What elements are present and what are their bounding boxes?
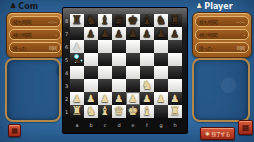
piece-white-pawn: ♟ <box>101 92 110 105</box>
square-b2[interactable]: ♟ <box>84 92 98 105</box>
piece-black-pawn: ♟ <box>143 27 152 40</box>
player-takeback-count: 0回 <box>237 45 245 51</box>
corner-menu-button[interactable]: ▦ <box>238 120 253 135</box>
player-name: Player <box>204 2 232 11</box>
rank-label-3: 3 <box>63 79 70 92</box>
piece-black-pawn: ♟ <box>129 27 138 40</box>
square-f4[interactable] <box>140 66 154 79</box>
rank-label-1: 1 <box>63 105 70 118</box>
square-d1[interactable]: ♛ <box>112 105 126 118</box>
com-remaining-value: - <box>55 32 57 38</box>
square-d3[interactable] <box>112 79 126 92</box>
square-b1[interactable]: ♞ <box>84 105 98 118</box>
square-e7[interactable]: ♟ <box>126 27 140 40</box>
file-label-f: f <box>140 118 154 131</box>
com-time-value: --:-- <box>48 19 57 25</box>
grid-icon: ▦ <box>242 123 250 132</box>
piece-black-rook: ♜ <box>72 14 83 27</box>
player-time-label: 持ち時間 <box>199 19 217 25</box>
square-h3[interactable] <box>168 79 182 92</box>
square-h8[interactable]: ♜ <box>168 14 182 27</box>
square-g2[interactable]: ♟ <box>154 92 168 105</box>
square-f2[interactable]: ♟ <box>140 92 154 105</box>
square-d4[interactable] <box>112 66 126 79</box>
square-f6[interactable] <box>140 40 154 53</box>
piece-white-pawn: ♟ <box>73 92 82 105</box>
menu-button[interactable]: ▦ <box>8 124 21 137</box>
square-b4[interactable] <box>84 66 98 79</box>
square-g3[interactable] <box>154 79 168 92</box>
square-g7[interactable]: ♟ <box>154 27 168 40</box>
chess-board: 87654321 ♜♞♝♛♚♝♞♜♟♟♟♟♟♟♟♟♟♞♟♟♟♟♟♟♟♟♜♞♝♛♚… <box>62 7 188 134</box>
player-panel: 持ち時間 --:-- 残り時間 - 待った 0回 <box>192 12 252 58</box>
player-takeback-label: 待った <box>199 45 213 51</box>
player-time-value: --:-- <box>236 19 245 25</box>
piece-white-knight: ♞ <box>142 79 153 92</box>
square-a7[interactable] <box>70 27 84 40</box>
square-d2[interactable]: ♟ <box>112 92 126 105</box>
piece-white-rook: ♜ <box>170 105 181 118</box>
piece-black-knight: ♞ <box>86 14 97 27</box>
player-time-row: 持ち時間 --:-- <box>195 16 249 27</box>
resign-dot-icon: ◉ <box>205 131 209 136</box>
square-f5[interactable] <box>140 53 154 66</box>
piece-black-knight: ♞ <box>156 14 167 27</box>
piece-black-pawn: ♟ <box>101 27 110 40</box>
piece-black-queen: ♛ <box>114 14 125 27</box>
square-f3[interactable]: ♞ <box>140 79 154 92</box>
piece-white-queen: ♛ <box>114 105 125 118</box>
piece-white-bishop: ♝ <box>142 105 153 118</box>
square-b5[interactable] <box>84 53 98 66</box>
player-takeback-button[interactable]: 待った 0回 <box>195 42 249 53</box>
rank-label-4: 4 <box>63 66 70 79</box>
square-f8[interactable]: ♝ <box>140 14 154 27</box>
square-c3[interactable] <box>98 79 112 92</box>
file-label-e: e <box>126 118 140 131</box>
square-a3[interactable] <box>70 79 84 92</box>
square-e3[interactable] <box>126 79 140 92</box>
square-b8[interactable]: ♞ <box>84 14 98 27</box>
piece-black-bishop: ♝ <box>142 14 153 27</box>
square-e5[interactable] <box>126 53 140 66</box>
com-title: ♟ Com <box>10 1 38 11</box>
com-remaining-label: 残り時間 <box>13 32 31 38</box>
piece-black-pawn: ♟ <box>171 27 180 40</box>
piece-white-pawn: ♟ <box>115 92 124 105</box>
com-remaining-row: 残り時間 - <box>9 29 61 40</box>
rank-label-8: 8 <box>63 14 70 27</box>
square-c8[interactable]: ♝ <box>98 14 112 27</box>
square-a5[interactable]: ♟ <box>70 53 84 66</box>
square-c6[interactable] <box>98 40 112 53</box>
square-e8[interactable]: ♚ <box>126 14 140 27</box>
square-a2[interactable]: ♟ <box>70 92 84 105</box>
piece-white-knight: ♞ <box>86 105 97 118</box>
square-g5[interactable] <box>154 53 168 66</box>
piece-white-king: ♚ <box>128 105 139 118</box>
com-panel: 持ち時間 --:-- 残り時間 - 待った 0回 <box>6 12 64 58</box>
square-b6[interactable] <box>84 40 98 53</box>
square-d7[interactable]: ♟ <box>112 27 126 40</box>
piece-black-pawn: ♟ <box>87 27 96 40</box>
com-name: Com <box>18 2 38 11</box>
last-move-sparkle <box>74 54 79 59</box>
com-takeback-count: 0回 <box>49 45 57 51</box>
piece-white-pawn: ♟ <box>87 92 96 105</box>
player-captured-tray <box>192 58 250 122</box>
file-label-h: h <box>168 118 182 131</box>
square-h5[interactable] <box>168 53 182 66</box>
file-label-g: g <box>154 118 168 131</box>
square-d5[interactable] <box>112 53 126 66</box>
square-c7[interactable]: ♟ <box>98 27 112 40</box>
square-c2[interactable]: ♟ <box>98 92 112 105</box>
rank-label-2: 2 <box>63 92 70 105</box>
player-title: ♟ Player <box>196 1 233 11</box>
square-e1[interactable]: ♚ <box>126 105 140 118</box>
rank-label-5: 5 <box>63 53 70 66</box>
ghost-pawn: ♟ <box>73 40 82 53</box>
player-remaining-value: - <box>243 32 245 38</box>
com-captured-tray <box>5 58 61 122</box>
piece-white-pawn: ♟ <box>171 92 180 105</box>
com-takeback-button[interactable]: 待った 0回 <box>9 42 61 53</box>
square-e6[interactable] <box>126 40 140 53</box>
square-d6[interactable] <box>112 40 126 53</box>
com-time-label: 持ち時間 <box>13 19 31 25</box>
square-g6[interactable] <box>154 40 168 53</box>
white-pawn-icon: ♟ <box>196 1 202 11</box>
piece-white-pawn: ♟ <box>157 92 166 105</box>
square-f7[interactable]: ♟ <box>140 27 154 40</box>
square-h4[interactable] <box>168 66 182 79</box>
square-e4[interactable] <box>126 66 140 79</box>
board-squares: ♜♞♝♛♚♝♞♜♟♟♟♟♟♟♟♟♟♞♟♟♟♟♟♟♟♟♜♞♝♛♚♝♜ <box>70 14 182 118</box>
file-label-b: b <box>84 118 98 131</box>
rank-label-7: 7 <box>63 27 70 40</box>
square-c4[interactable] <box>98 66 112 79</box>
square-a8[interactable]: ♜ <box>70 14 84 27</box>
rank-label-6: 6 <box>63 40 70 53</box>
square-d8[interactable]: ♛ <box>112 14 126 27</box>
square-h2[interactable]: ♟ <box>168 92 182 105</box>
file-label-a: a <box>70 118 84 131</box>
grid-icon: ▦ <box>11 127 18 135</box>
piece-black-pawn: ♟ <box>115 27 124 40</box>
square-g4[interactable] <box>154 66 168 79</box>
piece-white-pawn: ♟ <box>143 92 152 105</box>
piece-black-king: ♚ <box>128 14 139 27</box>
file-labels: abcdefgh <box>70 118 182 131</box>
player-remaining-row: 残り時間 - <box>195 29 249 40</box>
piece-white-bishop: ♝ <box>100 105 111 118</box>
player-remaining-label: 残り時間 <box>199 32 217 38</box>
square-b3[interactable] <box>84 79 98 92</box>
square-a4[interactable] <box>70 66 84 79</box>
square-f1[interactable]: ♝ <box>140 105 154 118</box>
square-g8[interactable]: ♞ <box>154 14 168 27</box>
square-h1[interactable]: ♜ <box>168 105 182 118</box>
piece-white-rook: ♜ <box>72 105 83 118</box>
square-c5[interactable] <box>98 53 112 66</box>
file-label-d: d <box>112 118 126 131</box>
square-a1[interactable]: ♜ <box>70 105 84 118</box>
square-a6[interactable]: ♟ <box>70 40 84 53</box>
com-time-row: 持ち時間 --:-- <box>9 16 61 27</box>
square-e2[interactable]: ♟ <box>126 92 140 105</box>
rank-labels: 87654321 <box>63 14 70 118</box>
piece-black-bishop: ♝ <box>100 14 111 27</box>
resign-label: 投了する <box>212 131 230 137</box>
file-label-c: c <box>98 118 112 131</box>
game-window: ♟ Com 持ち時間 --:-- 残り時間 - 待った 0回 ♟ Player … <box>0 0 254 142</box>
piece-black-rook: ♜ <box>170 14 181 27</box>
square-b7[interactable]: ♟ <box>84 27 98 40</box>
square-g1[interactable] <box>154 105 168 118</box>
square-h6[interactable] <box>168 40 182 53</box>
com-takeback-label: 待った <box>13 45 27 51</box>
square-c1[interactable]: ♝ <box>98 105 112 118</box>
black-pawn-icon: ♟ <box>10 1 16 11</box>
cursor-highlight <box>126 92 140 105</box>
square-h7[interactable]: ♟ <box>168 27 182 40</box>
piece-black-pawn: ♟ <box>157 27 166 40</box>
resign-button[interactable]: ◉ 投了する <box>200 127 235 140</box>
